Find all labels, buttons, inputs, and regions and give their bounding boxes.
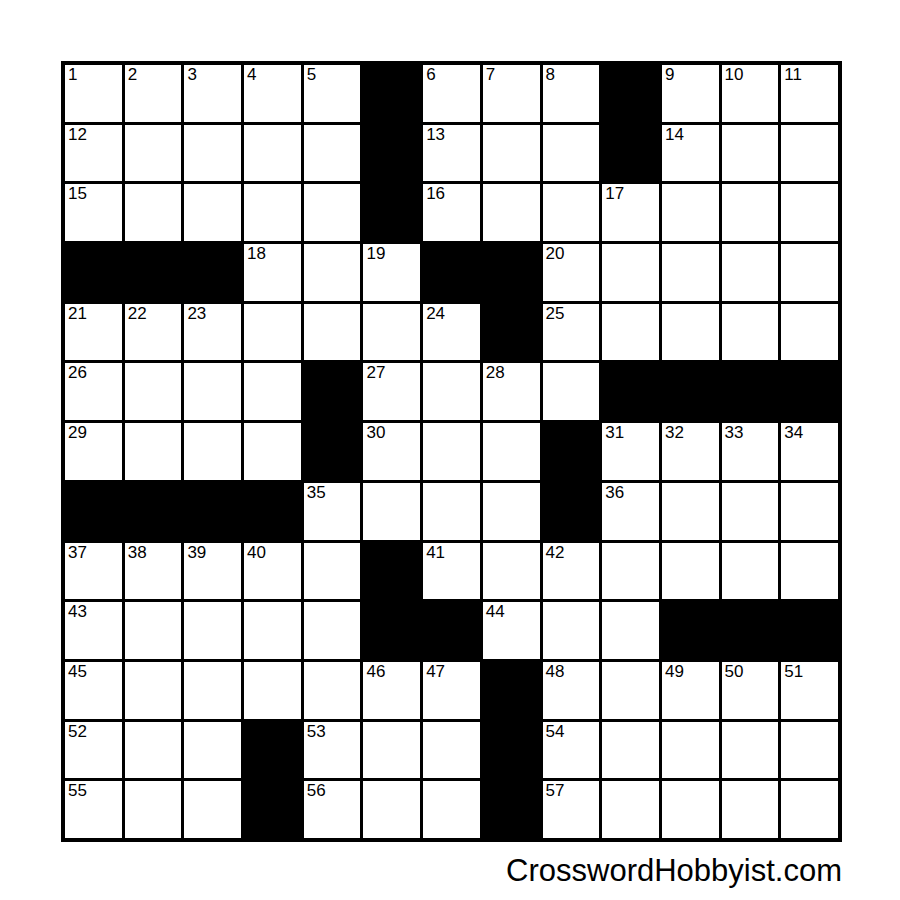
white-cell-r6c9[interactable] [543,363,600,420]
white-cell-r6c8[interactable]: 28 [483,363,540,420]
white-cell-r12c6[interactable] [363,722,420,779]
black-cell-r11c8 [483,662,540,719]
clue-number-34: 34 [784,424,803,442]
crossword-grid: 1234567891011121314151617181920212223242… [61,61,842,842]
white-cell-r11c4[interactable] [244,662,301,719]
white-cell-r1c12[interactable]: 10 [722,65,779,122]
white-cell-r4c11[interactable] [662,244,719,301]
white-cell-r10c8[interactable]: 44 [483,602,540,659]
clue-number-6: 6 [426,66,435,84]
black-cell-r6c10 [602,363,659,420]
white-cell-r3c3[interactable] [184,184,241,241]
white-cell-r4c12[interactable] [722,244,779,301]
white-cell-r7c10[interactable]: 31 [602,423,659,480]
clue-number-33: 33 [725,424,744,442]
white-cell-r2c4[interactable] [244,125,301,182]
clue-number-40: 40 [247,544,266,562]
white-cell-r9c1[interactable]: 37 [65,543,122,600]
white-cell-r7c4[interactable] [244,423,301,480]
black-cell-r10c11 [662,602,719,659]
white-cell-r10c9[interactable] [543,602,600,659]
white-cell-r4c13[interactable] [781,244,838,301]
white-cell-r6c6[interactable]: 27 [363,363,420,420]
white-cell-r3c8[interactable] [483,184,540,241]
clue-number-16: 16 [426,185,445,203]
white-cell-r11c1[interactable]: 45 [65,662,122,719]
white-cell-r8c12[interactable] [722,483,779,540]
clue-number-5: 5 [307,66,316,84]
black-cell-r3c6 [363,184,420,241]
clue-number-20: 20 [546,245,565,263]
white-cell-r5c6[interactable] [363,304,420,361]
clue-number-17: 17 [605,185,624,203]
black-cell-r5c8 [483,304,540,361]
white-cell-r1c7[interactable]: 6 [423,65,480,122]
white-cell-r13c5[interactable]: 56 [304,781,361,838]
clue-number-3: 3 [187,66,196,84]
clue-number-4: 4 [247,66,256,84]
white-cell-r8c13[interactable] [781,483,838,540]
white-cell-r7c6[interactable]: 30 [363,423,420,480]
clue-number-13: 13 [426,126,445,144]
black-cell-r4c8 [483,244,540,301]
white-cell-r12c2[interactable] [125,722,182,779]
clue-number-35: 35 [307,484,326,502]
clue-number-39: 39 [187,544,206,562]
white-cell-r5c2[interactable]: 22 [125,304,182,361]
clue-number-29: 29 [68,424,87,442]
clue-number-46: 46 [366,663,385,681]
white-cell-r9c3[interactable]: 39 [184,543,241,600]
white-cell-r3c9[interactable] [543,184,600,241]
white-cell-r12c5[interactable]: 53 [304,722,361,779]
black-cell-r6c11 [662,363,719,420]
white-cell-r1c9[interactable]: 8 [543,65,600,122]
white-cell-r7c1[interactable]: 29 [65,423,122,480]
white-cell-r8c8[interactable] [483,483,540,540]
white-cell-r9c2[interactable]: 38 [125,543,182,600]
white-cell-r8c5[interactable]: 35 [304,483,361,540]
black-cell-r9c6 [363,543,420,600]
white-cell-r10c5[interactable] [304,602,361,659]
clue-number-50: 50 [725,663,744,681]
clue-number-45: 45 [68,663,87,681]
white-cell-r5c1[interactable]: 21 [65,304,122,361]
white-cell-r12c12[interactable] [722,722,779,779]
clue-number-55: 55 [68,782,87,800]
black-cell-r4c1 [65,244,122,301]
white-cell-r4c6[interactable]: 19 [363,244,420,301]
black-cell-r8c1 [65,483,122,540]
black-cell-r1c10 [602,65,659,122]
white-cell-r3c2[interactable] [125,184,182,241]
brand-watermark: CrosswordHobbyist.com [61,853,842,889]
white-cell-r11c9[interactable]: 48 [543,662,600,719]
clue-number-51: 51 [784,663,803,681]
white-cell-r13c10[interactable] [602,781,659,838]
black-cell-r1c6 [363,65,420,122]
clue-number-44: 44 [486,603,505,621]
clue-number-14: 14 [665,126,684,144]
white-cell-r5c10[interactable] [602,304,659,361]
black-cell-r8c9 [543,483,600,540]
clue-number-10: 10 [725,66,744,84]
white-cell-r3c7[interactable]: 16 [423,184,480,241]
white-cell-r9c9[interactable]: 42 [543,543,600,600]
white-cell-r5c9[interactable]: 25 [543,304,600,361]
clue-number-19: 19 [366,245,385,263]
clue-number-57: 57 [546,782,565,800]
white-cell-r2c12[interactable] [722,125,779,182]
white-cell-r7c3[interactable] [184,423,241,480]
white-cell-r5c12[interactable] [722,304,779,361]
clue-number-38: 38 [128,544,147,562]
white-cell-r12c9[interactable]: 54 [543,722,600,779]
white-cell-r5c3[interactable]: 23 [184,304,241,361]
white-cell-r4c5[interactable] [304,244,361,301]
white-cell-r12c7[interactable] [423,722,480,779]
white-cell-r7c12[interactable]: 33 [722,423,779,480]
white-cell-r11c6[interactable]: 46 [363,662,420,719]
white-cell-r10c2[interactable] [125,602,182,659]
white-cell-r9c4[interactable]: 40 [244,543,301,600]
white-cell-r1c8[interactable]: 7 [483,65,540,122]
white-cell-r13c6[interactable] [363,781,420,838]
black-cell-r4c2 [125,244,182,301]
white-cell-r10c1[interactable]: 43 [65,602,122,659]
white-cell-r10c10[interactable] [602,602,659,659]
black-cell-r6c13 [781,363,838,420]
clue-number-9: 9 [665,66,674,84]
white-cell-r5c4[interactable] [244,304,301,361]
clue-number-36: 36 [605,484,624,502]
white-cell-r5c5[interactable] [304,304,361,361]
white-cell-r1c13[interactable]: 11 [781,65,838,122]
white-cell-r11c7[interactable]: 47 [423,662,480,719]
white-cell-r9c10[interactable] [602,543,659,600]
clue-number-26: 26 [68,364,87,382]
white-cell-r3c12[interactable] [722,184,779,241]
black-cell-r2c10 [602,125,659,182]
clue-number-25: 25 [546,305,565,323]
white-cell-r10c4[interactable] [244,602,301,659]
clue-number-32: 32 [665,424,684,442]
white-cell-r9c7[interactable]: 41 [423,543,480,600]
clue-number-47: 47 [426,663,445,681]
white-cell-r7c11[interactable]: 32 [662,423,719,480]
clue-number-22: 22 [128,305,147,323]
white-cell-r13c9[interactable]: 57 [543,781,600,838]
black-cell-r6c12 [722,363,779,420]
clue-number-8: 8 [546,66,555,84]
white-cell-r9c8[interactable] [483,543,540,600]
clue-number-28: 28 [486,364,505,382]
clue-number-30: 30 [366,424,385,442]
white-cell-r11c5[interactable] [304,662,361,719]
black-cell-r8c2 [125,483,182,540]
black-cell-r8c4 [244,483,301,540]
white-cell-r8c6[interactable] [363,483,420,540]
black-cell-r7c5 [304,423,361,480]
white-cell-r1c1[interactable]: 1 [65,65,122,122]
white-cell-r7c7[interactable] [423,423,480,480]
clue-number-43: 43 [68,603,87,621]
white-cell-r11c12[interactable]: 50 [722,662,779,719]
black-cell-r4c3 [184,244,241,301]
black-cell-r10c12 [722,602,779,659]
white-cell-r4c10[interactable] [602,244,659,301]
white-cell-r8c10[interactable]: 36 [602,483,659,540]
white-cell-r13c2[interactable] [125,781,182,838]
black-cell-r13c4 [244,781,301,838]
clue-number-48: 48 [546,663,565,681]
clue-number-53: 53 [307,723,326,741]
black-cell-r4c7 [423,244,480,301]
white-cell-r13c1[interactable]: 55 [65,781,122,838]
white-cell-r2c5[interactable] [304,125,361,182]
white-cell-r7c8[interactable] [483,423,540,480]
white-cell-r6c4[interactable] [244,363,301,420]
white-cell-r2c7[interactable]: 13 [423,125,480,182]
black-cell-r12c4 [244,722,301,779]
white-cell-r2c2[interactable] [125,125,182,182]
white-cell-r12c13[interactable] [781,722,838,779]
white-cell-r13c7[interactable] [423,781,480,838]
white-cell-r12c11[interactable] [662,722,719,779]
white-cell-r11c11[interactable]: 49 [662,662,719,719]
white-cell-r13c13[interactable] [781,781,838,838]
clue-number-1: 1 [68,66,77,84]
clue-number-11: 11 [784,66,802,84]
white-cell-r3c10[interactable]: 17 [602,184,659,241]
black-cell-r12c8 [483,722,540,779]
white-cell-r1c3[interactable]: 3 [184,65,241,122]
white-cell-r9c13[interactable] [781,543,838,600]
white-cell-r5c7[interactable]: 24 [423,304,480,361]
white-cell-r1c11[interactable]: 9 [662,65,719,122]
white-cell-r13c11[interactable] [662,781,719,838]
clue-number-23: 23 [187,305,206,323]
white-cell-r4c4[interactable]: 18 [244,244,301,301]
white-cell-r3c5[interactable] [304,184,361,241]
black-cell-r7c9 [543,423,600,480]
white-cell-r9c5[interactable] [304,543,361,600]
white-cell-r11c3[interactable] [184,662,241,719]
white-cell-r5c11[interactable] [662,304,719,361]
white-cell-r2c3[interactable] [184,125,241,182]
black-cell-r13c8 [483,781,540,838]
white-cell-r4c9[interactable]: 20 [543,244,600,301]
white-cell-r2c8[interactable] [483,125,540,182]
black-cell-r8c3 [184,483,241,540]
white-cell-r12c1[interactable]: 52 [65,722,122,779]
clue-number-31: 31 [605,424,624,442]
white-cell-r7c13[interactable]: 34 [781,423,838,480]
white-cell-r6c7[interactable] [423,363,480,420]
white-cell-r6c1[interactable]: 26 [65,363,122,420]
clue-number-42: 42 [546,544,565,562]
clue-number-37: 37 [68,544,87,562]
clue-number-27: 27 [366,364,385,382]
white-cell-r8c11[interactable] [662,483,719,540]
black-cell-r6c5 [304,363,361,420]
white-cell-r2c13[interactable] [781,125,838,182]
white-cell-r6c3[interactable] [184,363,241,420]
clue-number-2: 2 [128,66,137,84]
white-cell-r3c13[interactable] [781,184,838,241]
white-cell-r5c13[interactable] [781,304,838,361]
clue-number-7: 7 [486,66,495,84]
white-cell-r12c3[interactable] [184,722,241,779]
clue-number-41: 41 [426,544,445,562]
black-cell-r10c7 [423,602,480,659]
black-cell-r10c6 [363,602,420,659]
white-cell-r12c10[interactable] [602,722,659,779]
white-cell-r1c4[interactable]: 4 [244,65,301,122]
crossword-page: 1234567891011121314151617181920212223242… [0,0,900,900]
white-cell-r13c12[interactable] [722,781,779,838]
clue-number-56: 56 [307,782,326,800]
clue-number-15: 15 [68,185,87,203]
black-cell-r10c13 [781,602,838,659]
white-cell-r7c2[interactable] [125,423,182,480]
white-cell-r6c2[interactable] [125,363,182,420]
white-cell-r9c11[interactable] [662,543,719,600]
white-cell-r10c3[interactable] [184,602,241,659]
white-cell-r3c11[interactable] [662,184,719,241]
white-cell-r1c5[interactable]: 5 [304,65,361,122]
white-cell-r3c4[interactable] [244,184,301,241]
clue-number-49: 49 [665,663,684,681]
white-cell-r1c2[interactable]: 2 [125,65,182,122]
clue-number-18: 18 [247,245,266,263]
white-cell-r11c10[interactable] [602,662,659,719]
white-cell-r2c11[interactable]: 14 [662,125,719,182]
white-cell-r11c13[interactable]: 51 [781,662,838,719]
clue-number-12: 12 [68,126,87,144]
white-cell-r9c12[interactable] [722,543,779,600]
clue-number-54: 54 [546,723,565,741]
clue-number-24: 24 [426,305,445,323]
white-cell-r2c1[interactable]: 12 [65,125,122,182]
clue-number-52: 52 [68,723,87,741]
white-cell-r8c7[interactable] [423,483,480,540]
black-cell-r2c6 [363,125,420,182]
clue-number-21: 21 [68,305,87,323]
white-cell-r2c9[interactable] [543,125,600,182]
white-cell-r3c1[interactable]: 15 [65,184,122,241]
white-cell-r11c2[interactable] [125,662,182,719]
white-cell-r13c3[interactable] [184,781,241,838]
